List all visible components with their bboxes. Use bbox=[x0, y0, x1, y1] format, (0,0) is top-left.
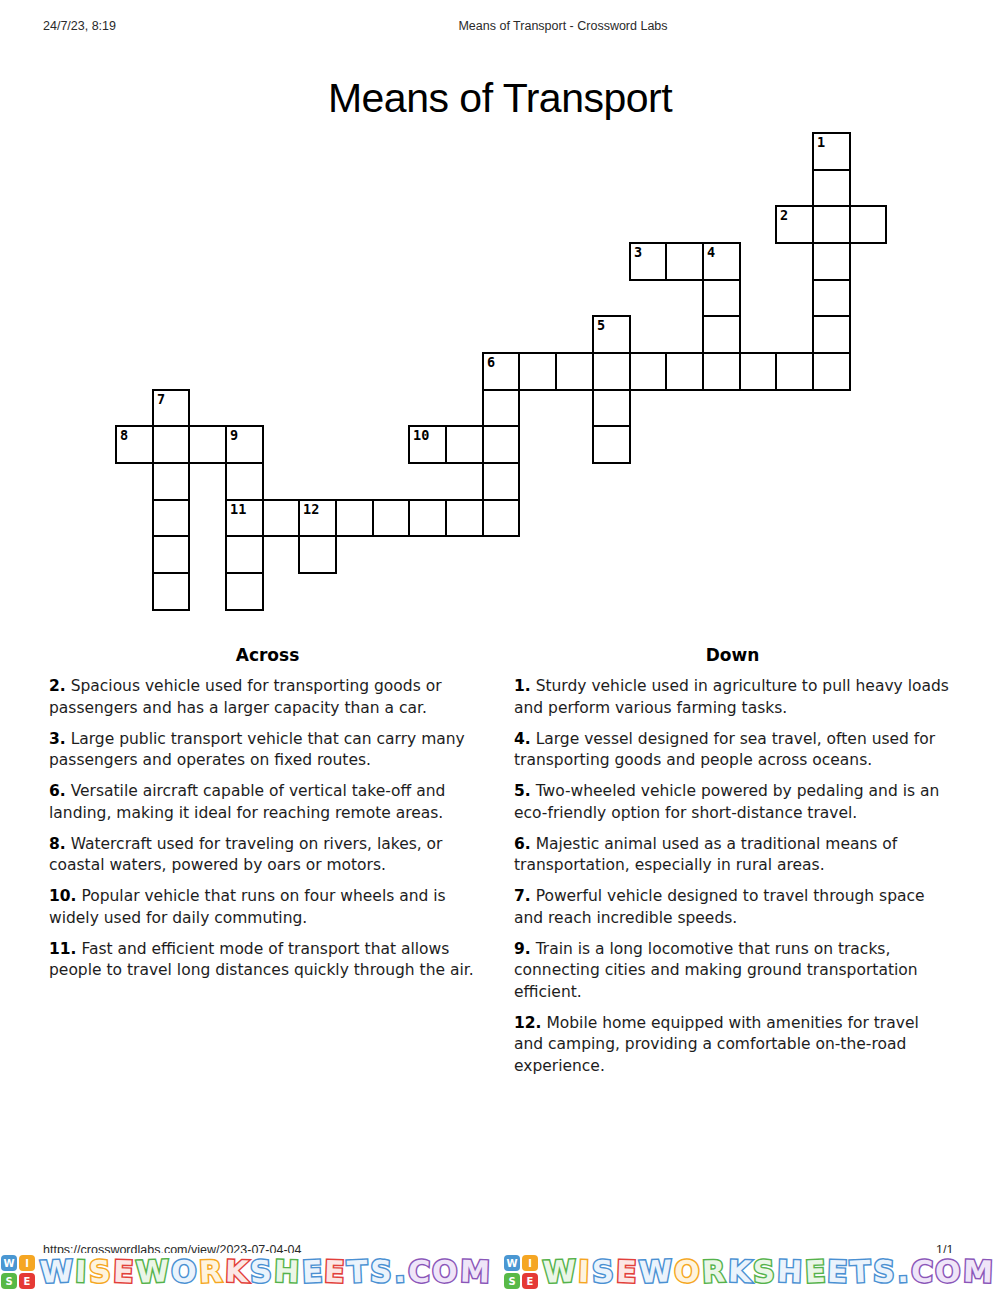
across-clue-2: 2. Spacious vehicle used for transportin… bbox=[49, 676, 486, 719]
logo-letter: R bbox=[701, 1254, 726, 1291]
grid-cell-r1c19 bbox=[812, 169, 851, 207]
grid-cell-r12c3 bbox=[225, 572, 264, 611]
logo-letter: E bbox=[615, 1254, 637, 1291]
clue-text: Spacious vehicle used for transporting g… bbox=[49, 677, 442, 717]
wise-icon-tile: I bbox=[522, 1255, 538, 1271]
grid-cell-r10c4 bbox=[262, 499, 300, 537]
grid-cell-r8c9 bbox=[445, 425, 484, 464]
logo-letter: M bbox=[459, 1253, 490, 1290]
grid-cell-r6c14 bbox=[629, 352, 667, 391]
logo-letter: W bbox=[39, 1253, 74, 1290]
clue-number: 1. bbox=[514, 677, 531, 695]
clue-text: Mobile home equipped with amenities for … bbox=[514, 1014, 919, 1075]
grid-cell-r10c6 bbox=[335, 499, 374, 537]
grid-cell-r3c19 bbox=[812, 242, 851, 281]
clue-number: 6. bbox=[49, 782, 66, 800]
down-clue-1: 1. Sturdy vehicle used in agriculture to… bbox=[514, 676, 951, 719]
logo-letter: E bbox=[827, 1254, 849, 1291]
grid-cell-r3c16: 4 bbox=[702, 242, 741, 281]
logo-wordmark: WISEWORKSHEETS.COM bbox=[40, 1254, 490, 1290]
grid-cell-r8c0: 8 bbox=[115, 425, 154, 464]
grid-cell-r9c10 bbox=[482, 462, 520, 501]
cell-number-9: 9 bbox=[230, 427, 238, 443]
logo-letter: W bbox=[135, 1253, 170, 1290]
grid-cell-r10c1 bbox=[152, 499, 190, 537]
crossword-grid: 123456789101112 bbox=[115, 132, 887, 611]
grid-cell-r2c18: 2 bbox=[775, 205, 814, 244]
logo-letter: S bbox=[369, 1254, 392, 1291]
grid-cell-r6c13 bbox=[592, 352, 631, 391]
wise-icon-tile: E bbox=[522, 1273, 538, 1289]
grid-cell-r3c15 bbox=[665, 242, 704, 281]
grid-cell-r6c17 bbox=[739, 352, 777, 391]
cell-number-6: 6 bbox=[487, 354, 495, 370]
clue-text: Powerful vehicle designed to travel thro… bbox=[514, 887, 925, 927]
grid-cell-r3c14: 3 bbox=[629, 242, 667, 281]
logo-letter: E bbox=[301, 1254, 323, 1291]
clue-number: 6. bbox=[514, 835, 531, 853]
clue-text: Two-wheeled vehicle powered by pedaling … bbox=[514, 782, 939, 822]
print-header-doc-title: Means of Transport - Crossword Labs bbox=[458, 19, 667, 33]
down-clue-12: 12. Mobile home equipped with amenities … bbox=[514, 1013, 951, 1078]
grid-cell-r8c8: 10 bbox=[408, 425, 447, 464]
across-clue-11: 11. Fast and efficient mode of transport… bbox=[49, 939, 486, 982]
grid-cell-r6c19 bbox=[812, 352, 851, 391]
clue-number: 9. bbox=[514, 940, 531, 958]
cell-number-10: 10 bbox=[413, 427, 429, 443]
logo-letter: C bbox=[407, 1254, 430, 1291]
cell-number-8: 8 bbox=[120, 427, 128, 443]
down-heading: Down bbox=[514, 645, 951, 665]
wise-icon-tile: S bbox=[1, 1273, 17, 1289]
grid-cell-r5c16 bbox=[702, 315, 741, 354]
across-clues-section: Across 2. Spacious vehicle used for tran… bbox=[49, 645, 486, 991]
wise-icon-tile: S bbox=[504, 1273, 520, 1289]
logo-wordmark: WISEWORKSHEETS.COM bbox=[543, 1254, 993, 1290]
clue-number: 2. bbox=[49, 677, 66, 695]
clue-text: Watercraft used for traveling on rivers,… bbox=[49, 835, 442, 875]
clue-text: Majestic animal used as a traditional me… bbox=[514, 835, 897, 875]
wise-grid-icon: WISE bbox=[1, 1255, 35, 1289]
grid-cell-r8c10 bbox=[482, 425, 520, 464]
grid-cell-r8c3: 9 bbox=[225, 425, 264, 464]
cell-number-5: 5 bbox=[597, 317, 605, 333]
across-clue-3: 3. Large public transport vehicle that c… bbox=[49, 729, 486, 772]
wiseworksheets-logo-left: WISEWISEWORKSHEETS.COM bbox=[1, 1253, 490, 1291]
logo-letter: S bbox=[872, 1254, 895, 1291]
clue-number: 8. bbox=[49, 835, 66, 853]
logo-letter: W bbox=[542, 1253, 577, 1290]
grid-cell-r7c1: 7 bbox=[152, 389, 190, 427]
down-clue-5: 5. Two-wheeled vehicle powered by pedali… bbox=[514, 781, 951, 824]
clue-number: 11. bbox=[49, 940, 76, 958]
cell-number-3: 3 bbox=[634, 244, 642, 260]
logo-letter: . bbox=[393, 1254, 406, 1290]
clue-number: 12. bbox=[514, 1014, 541, 1032]
logo-letter: H bbox=[273, 1254, 299, 1291]
grid-cell-r11c5 bbox=[298, 535, 337, 574]
wise-icon-tile: I bbox=[19, 1255, 35, 1271]
print-header-datetime: 24/7/23, 8:19 bbox=[43, 19, 116, 33]
down-clue-9: 9. Train is a long locomotive that runs … bbox=[514, 939, 951, 1004]
grid-cell-r6c11 bbox=[518, 352, 557, 391]
wise-icon-tile: W bbox=[1, 1255, 17, 1271]
grid-cell-r11c3 bbox=[225, 535, 264, 574]
clue-number: 7. bbox=[514, 887, 531, 905]
wise-icon-tile: W bbox=[504, 1255, 520, 1271]
clue-text: Large vessel designed for sea travel, of… bbox=[514, 730, 935, 770]
logo-letter: O bbox=[934, 1253, 961, 1290]
grid-cell-r5c19 bbox=[812, 315, 851, 354]
grid-cell-r2c19 bbox=[812, 205, 851, 244]
cell-number-11: 11 bbox=[230, 501, 246, 517]
logo-letter: O bbox=[171, 1254, 198, 1291]
clue-text: Fast and efficient mode of transport tha… bbox=[49, 940, 474, 980]
grid-cell-r0c19: 1 bbox=[812, 132, 851, 171]
grid-cell-r11c1 bbox=[152, 535, 190, 574]
grid-cell-r7c10 bbox=[482, 389, 520, 427]
grid-cell-r8c13 bbox=[592, 425, 631, 464]
clue-number: 3. bbox=[49, 730, 66, 748]
grid-cell-r9c1 bbox=[152, 462, 190, 501]
clue-text: Popular vehicle that runs on four wheels… bbox=[49, 887, 446, 927]
grid-cell-r8c1 bbox=[152, 425, 190, 464]
down-clue-7: 7. Powerful vehicle designed to travel t… bbox=[514, 886, 951, 929]
clue-number: 5. bbox=[514, 782, 531, 800]
grid-cell-r10c8 bbox=[408, 499, 447, 537]
page-title: Means of Transport bbox=[0, 75, 1000, 122]
grid-cell-r12c1 bbox=[152, 572, 190, 611]
logo-letter: M bbox=[962, 1253, 993, 1290]
grid-cell-r2c20 bbox=[849, 205, 887, 244]
wise-grid-icon: WISE bbox=[504, 1255, 538, 1289]
logo-letter: T bbox=[346, 1254, 368, 1291]
across-clue-8: 8. Watercraft used for traveling on rive… bbox=[49, 834, 486, 877]
logo-letter: S bbox=[249, 1254, 272, 1291]
down-clue-list: 1. Sturdy vehicle used in agriculture to… bbox=[514, 676, 951, 1077]
clue-text: Versatile aircraft capable of vertical t… bbox=[49, 782, 445, 822]
logo-letter: K bbox=[727, 1254, 751, 1291]
across-heading: Across bbox=[49, 645, 486, 665]
clue-number: 10. bbox=[49, 887, 76, 905]
logo-letter: T bbox=[849, 1254, 871, 1291]
wise-icon-tile: E bbox=[19, 1273, 35, 1289]
watermark-logo-strip: WISEWISEWORKSHEETS.COM WISEWISEWORKSHEET… bbox=[0, 1253, 1000, 1291]
grid-cell-r7c13 bbox=[592, 389, 631, 427]
clue-text: Train is a long locomotive that runs on … bbox=[514, 940, 918, 1001]
grid-cell-r6c15 bbox=[665, 352, 704, 391]
grid-cell-r5c13: 5 bbox=[592, 315, 631, 354]
logo-letter: R bbox=[198, 1254, 223, 1291]
grid-cell-r10c7 bbox=[372, 499, 410, 537]
clue-text: Large public transport vehicle that can … bbox=[49, 730, 465, 770]
wiseworksheets-logo-right: WISEWISEWORKSHEETS.COM bbox=[504, 1253, 993, 1291]
logo-letter: I bbox=[75, 1254, 87, 1290]
logo-letter: O bbox=[674, 1254, 701, 1291]
logo-letter: C bbox=[910, 1254, 933, 1291]
grid-cell-r10c10 bbox=[482, 499, 520, 537]
cell-number-2: 2 bbox=[780, 207, 788, 223]
grid-cell-r10c5: 12 bbox=[298, 499, 337, 537]
logo-letter: O bbox=[431, 1253, 458, 1290]
grid-cell-r6c16 bbox=[702, 352, 741, 391]
grid-cell-r8c2 bbox=[188, 425, 227, 464]
logo-letter: . bbox=[896, 1254, 909, 1290]
logo-letter: K bbox=[224, 1254, 248, 1291]
logo-letter: W bbox=[638, 1253, 673, 1290]
logo-letter: S bbox=[88, 1254, 111, 1291]
across-clue-6: 6. Versatile aircraft capable of vertica… bbox=[49, 781, 486, 824]
logo-letter: S bbox=[752, 1254, 775, 1291]
down-clue-6: 6. Majestic animal used as a traditional… bbox=[514, 834, 951, 877]
grid-cell-r4c19 bbox=[812, 279, 851, 317]
logo-letter: S bbox=[591, 1254, 614, 1291]
logo-letter: E bbox=[112, 1254, 134, 1291]
clue-text: Sturdy vehicle used in agriculture to pu… bbox=[514, 677, 949, 717]
across-clue-10: 10. Popular vehicle that runs on four wh… bbox=[49, 886, 486, 929]
clue-number: 4. bbox=[514, 730, 531, 748]
down-clues-section: Down 1. Sturdy vehicle used in agricultu… bbox=[514, 645, 951, 1087]
logo-letter: E bbox=[324, 1254, 346, 1291]
grid-cell-r9c3 bbox=[225, 462, 264, 501]
grid-cell-r10c3: 11 bbox=[225, 499, 264, 537]
grid-cell-r10c9 bbox=[445, 499, 484, 537]
grid-cell-r6c10: 6 bbox=[482, 352, 520, 391]
cell-number-7: 7 bbox=[157, 391, 165, 407]
cell-number-1: 1 bbox=[817, 134, 825, 150]
cell-number-4: 4 bbox=[707, 244, 715, 260]
down-clue-4: 4. Large vessel designed for sea travel,… bbox=[514, 729, 951, 772]
cell-number-12: 12 bbox=[303, 501, 319, 517]
grid-cell-r4c16 bbox=[702, 279, 741, 317]
logo-letter: H bbox=[776, 1254, 802, 1291]
grid-cell-r6c18 bbox=[775, 352, 814, 391]
logo-letter: I bbox=[578, 1254, 590, 1290]
logo-letter: E bbox=[804, 1254, 826, 1291]
grid-cell-r6c12 bbox=[555, 352, 594, 391]
across-clue-list: 2. Spacious vehicle used for transportin… bbox=[49, 676, 486, 982]
